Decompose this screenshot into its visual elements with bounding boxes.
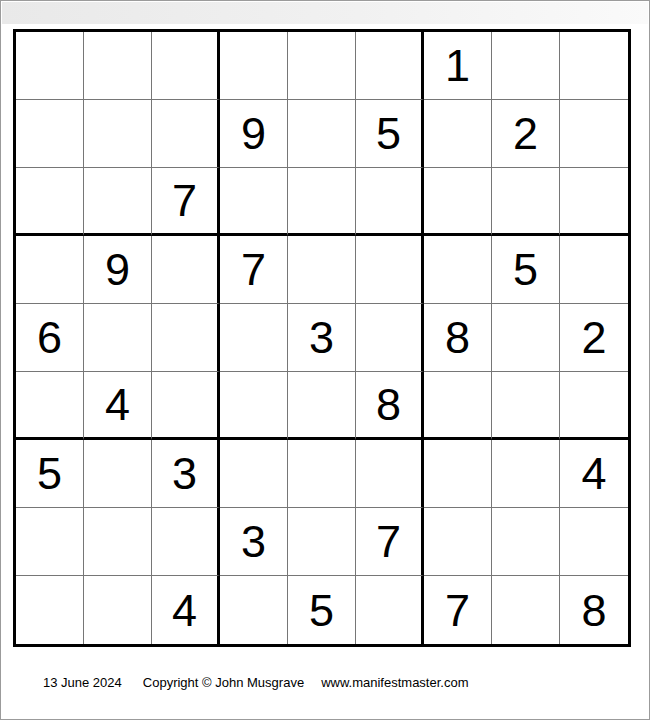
footer-copyright: Copyright © John Musgrave xyxy=(143,675,304,690)
sudoku-cell-r4c6 xyxy=(356,236,424,304)
sudoku-cell-r5c5: 3 xyxy=(288,304,356,372)
sudoku-cell-r6c8 xyxy=(492,372,560,440)
sudoku-cell-r4c3 xyxy=(152,236,220,304)
sudoku-cell-r6c2: 4 xyxy=(84,372,152,440)
sudoku-cell-r1c2 xyxy=(84,32,152,100)
sudoku-cell-r8c5 xyxy=(288,508,356,576)
sudoku-cell-r8c6: 7 xyxy=(356,508,424,576)
sudoku-cell-r1c8 xyxy=(492,32,560,100)
sudoku-cell-r2c3 xyxy=(152,100,220,168)
sudoku-cell-r9c6 xyxy=(356,576,424,644)
sudoku-cell-r9c4 xyxy=(220,576,288,644)
sudoku-cell-r1c9 xyxy=(560,32,628,100)
sudoku-cell-r6c4 xyxy=(220,372,288,440)
sudoku-cell-r6c6: 8 xyxy=(356,372,424,440)
sudoku-cell-r1c1 xyxy=(16,32,84,100)
sudoku-cell-r5c6 xyxy=(356,304,424,372)
sudoku-cell-r5c2 xyxy=(84,304,152,372)
sudoku-cell-r3c7 xyxy=(424,168,492,236)
sudoku-grid: 19527975638248534374578 xyxy=(13,29,631,647)
sudoku-cell-r2c4: 9 xyxy=(220,100,288,168)
sudoku-cell-r7c6 xyxy=(356,440,424,508)
sudoku-cell-r4c5 xyxy=(288,236,356,304)
sudoku-cell-r5c3 xyxy=(152,304,220,372)
sudoku-cell-r8c3 xyxy=(152,508,220,576)
sudoku-cell-r3c9 xyxy=(560,168,628,236)
sudoku-cell-r4c8: 5 xyxy=(492,236,560,304)
sudoku-cell-r9c3: 4 xyxy=(152,576,220,644)
sudoku-cell-r4c1 xyxy=(16,236,84,304)
sudoku-cell-r9c9: 8 xyxy=(560,576,628,644)
sudoku-cell-r5c9: 2 xyxy=(560,304,628,372)
sudoku-cell-r4c9 xyxy=(560,236,628,304)
footer: 13 June 2024Copyright © John Musgravewww… xyxy=(43,675,469,690)
sudoku-cell-r7c1: 5 xyxy=(16,440,84,508)
sudoku-cell-r8c7 xyxy=(424,508,492,576)
sudoku-cell-r7c4 xyxy=(220,440,288,508)
sudoku-cell-r8c4: 3 xyxy=(220,508,288,576)
sudoku-cell-r3c8 xyxy=(492,168,560,236)
sudoku-cell-r5c8 xyxy=(492,304,560,372)
sudoku-cell-r4c7 xyxy=(424,236,492,304)
sudoku-cell-r3c3: 7 xyxy=(152,168,220,236)
sudoku-cell-r2c8: 2 xyxy=(492,100,560,168)
sudoku-cell-r7c5 xyxy=(288,440,356,508)
sudoku-cell-r7c2 xyxy=(84,440,152,508)
top-strip xyxy=(2,2,648,24)
sudoku-cell-r6c5 xyxy=(288,372,356,440)
sudoku-cell-r3c2 xyxy=(84,168,152,236)
sudoku-cell-r4c2: 9 xyxy=(84,236,152,304)
sudoku-cell-r3c6 xyxy=(356,168,424,236)
sudoku-cell-r8c9 xyxy=(560,508,628,576)
sudoku-cell-r7c7 xyxy=(424,440,492,508)
sudoku-cell-r3c1 xyxy=(16,168,84,236)
sudoku-cell-r9c8 xyxy=(492,576,560,644)
sudoku-cell-r2c7 xyxy=(424,100,492,168)
sudoku-cell-r9c2 xyxy=(84,576,152,644)
sudoku-cell-r2c1 xyxy=(16,100,84,168)
sudoku-cell-r7c9: 4 xyxy=(560,440,628,508)
sudoku-cell-r7c3: 3 xyxy=(152,440,220,508)
footer-date: 13 June 2024 xyxy=(43,675,122,690)
sudoku-cell-r6c3 xyxy=(152,372,220,440)
sudoku-cell-r6c1 xyxy=(16,372,84,440)
sudoku-cell-r2c6: 5 xyxy=(356,100,424,168)
sudoku-cell-r4c4: 7 xyxy=(220,236,288,304)
sudoku-cell-r8c2 xyxy=(84,508,152,576)
sudoku-cell-r2c2 xyxy=(84,100,152,168)
sudoku-cell-r2c9 xyxy=(560,100,628,168)
sudoku-cell-r5c4 xyxy=(220,304,288,372)
sudoku-cell-r1c3 xyxy=(152,32,220,100)
sudoku-cell-r8c8 xyxy=(492,508,560,576)
sudoku-cell-r8c1 xyxy=(16,508,84,576)
sudoku-cell-r5c1: 6 xyxy=(16,304,84,372)
sudoku-cell-r5c7: 8 xyxy=(424,304,492,372)
sudoku-cell-r3c4 xyxy=(220,168,288,236)
footer-website: www.manifestmaster.com xyxy=(321,675,468,690)
sudoku-cell-r3c5 xyxy=(288,168,356,236)
sudoku-cell-r9c7: 7 xyxy=(424,576,492,644)
sudoku-cell-r6c9 xyxy=(560,372,628,440)
sudoku-cell-r2c5 xyxy=(288,100,356,168)
sudoku-cell-r1c6 xyxy=(356,32,424,100)
sudoku-cell-r6c7 xyxy=(424,372,492,440)
sudoku-cell-r7c8 xyxy=(492,440,560,508)
sudoku-cell-r9c5: 5 xyxy=(288,576,356,644)
sudoku-cell-r9c1 xyxy=(16,576,84,644)
sudoku-cell-r1c7: 1 xyxy=(424,32,492,100)
puzzle-page: 19527975638248534374578 13 June 2024Copy… xyxy=(0,0,650,720)
sudoku-cell-r1c5 xyxy=(288,32,356,100)
sudoku-cell-r1c4 xyxy=(220,32,288,100)
